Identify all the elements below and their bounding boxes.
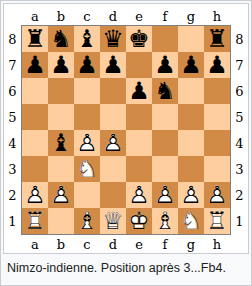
square-e6: ♟︎ (126, 78, 152, 104)
file-label-b: b (48, 238, 74, 251)
white-rook-icon: ♖︎ (22, 208, 48, 234)
white-knight-icon: ♞︎ (178, 208, 204, 234)
black-pawn-icon: ♟︎ (126, 78, 152, 104)
square-a5 (22, 104, 48, 130)
white-pawn-icon: ♙︎ (152, 182, 178, 208)
white-pawn-icon: ♟︎ (22, 182, 48, 208)
square-a8: ♜︎ (22, 26, 48, 52)
square-c2 (74, 182, 100, 208)
file-label-e: e (126, 10, 152, 23)
rank-label-7: 7 (231, 59, 248, 72)
file-label-b: b (48, 10, 74, 23)
white-knight-icon: ♞︎ (74, 156, 100, 182)
square-c8: ♝︎ (74, 26, 100, 52)
black-rook-icon: ♜︎ (22, 26, 48, 52)
diagram-caption: Nimzo-indienne. Position après 3...Fb4. (3, 254, 249, 283)
file-labels-bottom: abcdefgh (21, 235, 231, 252)
file-label-c: c (74, 10, 100, 23)
file-labels-top: abcdefgh (21, 5, 231, 25)
white-pawn-icon: ♟︎ (152, 182, 178, 208)
rank-label-2: 2 (231, 189, 248, 202)
square-b1 (48, 208, 74, 234)
black-rook-icon: ♜︎ (204, 26, 230, 52)
square-f8 (152, 26, 178, 52)
white-king-icon: ♚︎ (126, 208, 152, 234)
file-label-f: f (152, 238, 178, 251)
square-a4 (22, 130, 48, 156)
white-pawn-icon: ♙︎ (126, 182, 152, 208)
black-pawn-icon: ♟︎ (204, 52, 230, 78)
file-label-d: d (100, 10, 126, 23)
square-f4 (152, 130, 178, 156)
rank-labels-right: 87654321 (231, 25, 248, 235)
square-f1: ♝︎♗︎ (152, 208, 178, 234)
white-pawn-icon: ♟︎ (204, 182, 230, 208)
black-king-icon: ♚︎ (126, 26, 152, 52)
corner-spacer (4, 235, 21, 252)
square-h8: ♜︎ (204, 26, 230, 52)
square-e4 (126, 130, 152, 156)
square-e7 (126, 52, 152, 78)
square-c6 (74, 78, 100, 104)
square-b3 (48, 156, 74, 182)
square-h6 (204, 78, 230, 104)
square-e1: ♚︎♔︎ (126, 208, 152, 234)
diagram-grid: abcdefgh 87654321 ♜︎♞︎♝︎♛︎♚︎♜︎♟︎♟︎♟︎♟︎♟︎… (4, 5, 248, 252)
square-f5 (152, 104, 178, 130)
white-queen-icon: ♕︎ (100, 208, 126, 234)
square-b8: ♞︎ (48, 26, 74, 52)
square-b7: ♟︎ (48, 52, 74, 78)
file-label-c: c (74, 238, 100, 251)
rank-label-4: 4 (4, 137, 21, 150)
file-label-a: a (22, 238, 48, 251)
black-knight-icon: ♞︎ (48, 26, 74, 52)
rank-label-1: 1 (4, 215, 21, 228)
white-bishop-icon: ♝︎ (74, 208, 100, 234)
file-label-e: e (126, 238, 152, 251)
square-g8 (178, 26, 204, 52)
square-b6 (48, 78, 74, 104)
square-c3: ♞︎♘︎ (74, 156, 100, 182)
black-pawn-icon: ♟︎ (178, 52, 204, 78)
corner-spacer (231, 5, 248, 25)
square-c1: ♝︎♗︎ (74, 208, 100, 234)
white-bishop-icon: ♗︎ (152, 208, 178, 234)
rank-label-2: 2 (4, 189, 21, 202)
square-d8: ♛︎ (100, 26, 126, 52)
rank-label-8: 8 (4, 33, 21, 46)
white-knight-icon: ♘︎ (74, 156, 100, 182)
square-h4 (204, 130, 230, 156)
black-queen-icon: ♛︎ (100, 26, 126, 52)
square-h1: ♜︎♖︎ (204, 208, 230, 234)
white-bishop-icon: ♗︎ (74, 208, 100, 234)
white-pawn-icon: ♙︎ (204, 182, 230, 208)
square-d4: ♟︎♙︎ (100, 130, 126, 156)
square-h5 (204, 104, 230, 130)
white-king-icon: ♔︎ (126, 208, 152, 234)
white-rook-icon: ♜︎ (22, 208, 48, 234)
square-a2: ♟︎♙︎ (22, 182, 48, 208)
square-f7: ♟︎ (152, 52, 178, 78)
white-pawn-icon: ♙︎ (48, 182, 74, 208)
white-pawn-icon: ♟︎ (74, 130, 100, 156)
rank-label-3: 3 (231, 163, 248, 176)
file-label-h: h (204, 238, 230, 251)
file-label-g: g (178, 10, 204, 23)
square-g4 (178, 130, 204, 156)
square-d3 (100, 156, 126, 182)
square-a7: ♟︎ (22, 52, 48, 78)
black-pawn-icon: ♟︎ (152, 52, 178, 78)
square-c4: ♟︎♙︎ (74, 130, 100, 156)
rank-label-7: 7 (4, 59, 21, 72)
white-pawn-icon: ♟︎ (178, 182, 204, 208)
file-label-g: g (178, 238, 204, 251)
black-pawn-icon: ♟︎ (100, 52, 126, 78)
square-f2: ♟︎♙︎ (152, 182, 178, 208)
square-g2: ♟︎♙︎ (178, 182, 204, 208)
file-label-h: h (204, 10, 230, 23)
rank-label-1: 1 (231, 215, 248, 228)
rank-labels-left: 87654321 (4, 25, 21, 235)
square-g7: ♟︎ (178, 52, 204, 78)
white-pawn-icon: ♟︎ (48, 182, 74, 208)
white-queen-icon: ♛︎ (100, 208, 126, 234)
square-e5 (126, 104, 152, 130)
rank-label-6: 6 (231, 85, 248, 98)
white-knight-icon: ♘︎ (178, 208, 204, 234)
square-g5 (178, 104, 204, 130)
rank-label-5: 5 (4, 111, 21, 124)
square-g6 (178, 78, 204, 104)
file-label-d: d (100, 238, 126, 251)
white-rook-icon: ♖︎ (204, 208, 230, 234)
corner-spacer (231, 235, 248, 252)
square-c5 (74, 104, 100, 130)
square-d2 (100, 182, 126, 208)
square-h3 (204, 156, 230, 182)
square-g3 (178, 156, 204, 182)
square-f3 (152, 156, 178, 182)
square-b2: ♟︎♙︎ (48, 182, 74, 208)
white-rook-icon: ♜︎ (204, 208, 230, 234)
file-label-f: f (152, 10, 178, 23)
square-a6 (22, 78, 48, 104)
square-d1: ♛︎♕︎ (100, 208, 126, 234)
white-pawn-icon: ♙︎ (74, 130, 100, 156)
black-pawn-icon: ♟︎ (74, 52, 100, 78)
square-d7: ♟︎ (100, 52, 126, 78)
white-bishop-icon: ♝︎ (152, 208, 178, 234)
white-pawn-icon: ♟︎ (126, 182, 152, 208)
square-g1: ♞︎♘︎ (178, 208, 204, 234)
white-pawn-icon: ♙︎ (22, 182, 48, 208)
chess-diagram[interactable]: abcdefgh 87654321 ♜︎♞︎♝︎♛︎♚︎♜︎♟︎♟︎♟︎♟︎♟︎… (3, 3, 249, 254)
rank-label-4: 4 (231, 137, 248, 150)
square-f6: ♞︎ (152, 78, 178, 104)
black-knight-icon: ♞︎ (152, 78, 178, 104)
corner-spacer (4, 5, 21, 25)
black-bishop-icon: ♝︎ (74, 26, 100, 52)
square-h2: ♟︎♙︎ (204, 182, 230, 208)
rank-label-8: 8 (231, 33, 248, 46)
rank-label-5: 5 (231, 111, 248, 124)
white-pawn-icon: ♙︎ (100, 130, 126, 156)
square-h7: ♟︎ (204, 52, 230, 78)
file-label-a: a (22, 10, 48, 23)
square-b5 (48, 104, 74, 130)
square-e8: ♚︎ (126, 26, 152, 52)
figure: abcdefgh 87654321 ♜︎♞︎♝︎♛︎♚︎♜︎♟︎♟︎♟︎♟︎♟︎… (0, 0, 252, 286)
square-e2: ♟︎♙︎ (126, 182, 152, 208)
square-a3 (22, 156, 48, 182)
square-d5 (100, 104, 126, 130)
white-pawn-icon: ♟︎ (100, 130, 126, 156)
square-b4: ♝︎ (48, 130, 74, 156)
square-d6 (100, 78, 126, 104)
square-a1: ♜︎♖︎ (22, 208, 48, 234)
square-c7: ♟︎ (74, 52, 100, 78)
square-e3 (126, 156, 152, 182)
black-bishop-icon: ♝︎ (48, 130, 74, 156)
black-pawn-icon: ♟︎ (48, 52, 74, 78)
rank-label-6: 6 (4, 85, 21, 98)
rank-label-3: 3 (4, 163, 21, 176)
chess-board: ♜︎♞︎♝︎♛︎♚︎♜︎♟︎♟︎♟︎♟︎♟︎♟︎♟︎♟︎♞︎♝︎♟︎♙︎♟︎♙︎… (21, 25, 231, 235)
black-pawn-icon: ♟︎ (22, 52, 48, 78)
white-pawn-icon: ♙︎ (178, 182, 204, 208)
